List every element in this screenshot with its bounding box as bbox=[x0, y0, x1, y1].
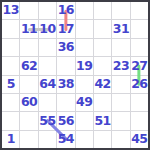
cell-r2c3[interactable]: 36 bbox=[57, 39, 74, 56]
cell-r0c1[interactable] bbox=[20, 2, 37, 19]
cell-value: 60 bbox=[21, 96, 37, 109]
cell-value: 45 bbox=[131, 133, 147, 146]
cell-r6c4[interactable] bbox=[76, 112, 93, 129]
cell-r6c0[interactable] bbox=[2, 112, 19, 129]
board-grid: 1316111017313662192327564384226604955565… bbox=[2, 2, 148, 148]
cell-r7c1[interactable] bbox=[20, 131, 37, 148]
cell-r3c2[interactable] bbox=[39, 57, 56, 74]
cell-r1c5[interactable] bbox=[94, 20, 111, 37]
cell-r3c6[interactable]: 23 bbox=[112, 57, 129, 74]
cell-r1c2[interactable]: 10 bbox=[39, 20, 56, 37]
cell-r6c7[interactable] bbox=[131, 112, 148, 129]
cell-r5c2[interactable] bbox=[39, 94, 56, 111]
cell-r0c5[interactable] bbox=[94, 2, 111, 19]
cell-r6c3[interactable]: 56 bbox=[57, 112, 74, 129]
cell-r3c3[interactable] bbox=[57, 57, 74, 74]
cell-r7c4[interactable] bbox=[76, 131, 93, 148]
cell-value: 13 bbox=[3, 4, 19, 17]
cell-r2c0[interactable] bbox=[2, 39, 19, 56]
cell-value: 11 bbox=[21, 23, 37, 36]
cell-r2c7[interactable] bbox=[131, 39, 148, 56]
cell-r5c0[interactable] bbox=[2, 94, 19, 111]
cell-r3c1[interactable]: 62 bbox=[20, 57, 37, 74]
cell-r5c3[interactable] bbox=[57, 94, 74, 111]
cell-r6c1[interactable] bbox=[20, 112, 37, 129]
cell-r4c7[interactable]: 26 bbox=[131, 76, 148, 93]
cell-value: 19 bbox=[76, 60, 92, 73]
cell-value: 23 bbox=[113, 60, 129, 73]
cell-value: 10 bbox=[39, 23, 55, 36]
cell-r5c4[interactable]: 49 bbox=[76, 94, 93, 111]
cell-value: 17 bbox=[58, 23, 74, 36]
cell-r4c1[interactable] bbox=[20, 76, 37, 93]
cell-r1c3[interactable]: 17 bbox=[57, 20, 74, 37]
cell-r7c0[interactable]: 1 bbox=[2, 131, 19, 148]
cell-r3c5[interactable] bbox=[94, 57, 111, 74]
cell-r7c7[interactable]: 45 bbox=[131, 131, 148, 148]
cell-r1c7[interactable] bbox=[131, 20, 148, 37]
cell-r1c1[interactable]: 11 bbox=[20, 20, 37, 37]
cell-r0c3[interactable]: 16 bbox=[57, 2, 74, 19]
cell-r4c4[interactable] bbox=[76, 76, 93, 93]
cell-r0c7[interactable] bbox=[131, 2, 148, 19]
cell-r4c5[interactable]: 42 bbox=[94, 76, 111, 93]
cell-value: 5 bbox=[7, 78, 15, 91]
cell-r2c1[interactable] bbox=[20, 39, 37, 56]
cell-r5c7[interactable] bbox=[131, 94, 148, 111]
cell-r7c3[interactable]: 54 bbox=[57, 131, 74, 148]
cell-r0c0[interactable]: 13 bbox=[2, 2, 19, 19]
cell-r0c2[interactable] bbox=[39, 2, 56, 19]
cell-value: 27 bbox=[131, 60, 147, 73]
cell-r6c5[interactable]: 51 bbox=[94, 112, 111, 129]
cell-value: 1 bbox=[7, 133, 15, 146]
cell-value: 62 bbox=[21, 60, 37, 73]
cell-r4c6[interactable] bbox=[112, 76, 129, 93]
cell-r0c6[interactable] bbox=[112, 2, 129, 19]
cell-r2c4[interactable] bbox=[76, 39, 93, 56]
hidato-board: 1316111017313662192327564384226604955565… bbox=[0, 0, 150, 150]
cell-r5c6[interactable] bbox=[112, 94, 129, 111]
cell-r7c5[interactable] bbox=[94, 131, 111, 148]
cell-value: 55 bbox=[39, 115, 55, 128]
cell-value: 36 bbox=[58, 41, 74, 54]
cell-r4c0[interactable]: 5 bbox=[2, 76, 19, 93]
cell-r5c5[interactable] bbox=[94, 94, 111, 111]
cell-r6c2[interactable]: 55 bbox=[39, 112, 56, 129]
cell-value: 42 bbox=[94, 78, 110, 91]
cell-r2c6[interactable] bbox=[112, 39, 129, 56]
cell-r1c0[interactable] bbox=[2, 20, 19, 37]
cell-r4c3[interactable]: 38 bbox=[57, 76, 74, 93]
cell-value: 31 bbox=[113, 23, 129, 36]
cell-r3c7[interactable]: 27 bbox=[131, 57, 148, 74]
cell-value: 54 bbox=[58, 133, 74, 146]
cell-r3c0[interactable] bbox=[2, 57, 19, 74]
cell-r2c5[interactable] bbox=[94, 39, 111, 56]
cell-r2c2[interactable] bbox=[39, 39, 56, 56]
cell-r1c4[interactable] bbox=[76, 20, 93, 37]
cell-r6c6[interactable] bbox=[112, 112, 129, 129]
cell-r5c1[interactable]: 60 bbox=[20, 94, 37, 111]
cell-value: 51 bbox=[94, 115, 110, 128]
cell-r7c6[interactable] bbox=[112, 131, 129, 148]
cell-value: 49 bbox=[76, 96, 92, 109]
cell-r3c4[interactable]: 19 bbox=[76, 57, 93, 74]
cell-value: 64 bbox=[39, 78, 55, 91]
cell-value: 26 bbox=[131, 78, 147, 91]
cell-value: 38 bbox=[58, 78, 74, 91]
cell-r4c2[interactable]: 64 bbox=[39, 76, 56, 93]
cell-r1c6[interactable]: 31 bbox=[112, 20, 129, 37]
cell-value: 16 bbox=[58, 4, 74, 17]
cell-r7c2[interactable] bbox=[39, 131, 56, 148]
cell-value: 56 bbox=[58, 115, 74, 128]
cell-r0c4[interactable] bbox=[76, 2, 93, 19]
